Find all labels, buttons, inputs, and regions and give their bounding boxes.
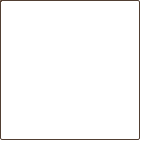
chess-set-photo xyxy=(0,0,150,150)
pieces-layer xyxy=(0,0,150,150)
